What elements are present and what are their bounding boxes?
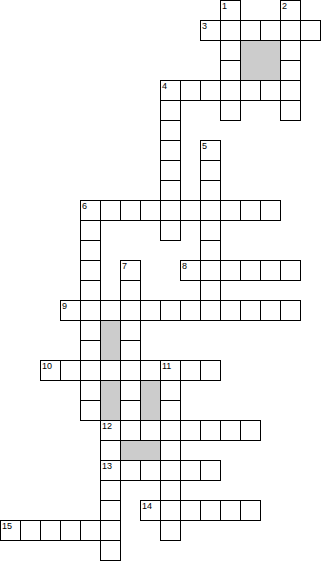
- crossword-cell[interactable]: [280, 300, 301, 321]
- crossword-cell[interactable]: [260, 200, 281, 221]
- crossword-cell[interactable]: [100, 480, 121, 501]
- crossword-cell[interactable]: [120, 360, 141, 381]
- crossword-cell[interactable]: [180, 460, 201, 481]
- crossword-cell[interactable]: [80, 340, 101, 361]
- crossword-cell[interactable]: [180, 200, 201, 221]
- crossword-cell[interactable]: [140, 300, 161, 321]
- blocked-region: [120, 440, 161, 461]
- crossword-cell[interactable]: [260, 80, 281, 101]
- crossword-cell[interactable]: [220, 60, 241, 81]
- crossword-cell[interactable]: [200, 240, 221, 261]
- crossword-cell[interactable]: [200, 140, 221, 161]
- crossword-cell[interactable]: [120, 460, 141, 481]
- crossword-cell[interactable]: [160, 120, 181, 141]
- crossword-cell[interactable]: [140, 360, 161, 381]
- crossword-cell[interactable]: [260, 300, 281, 321]
- crossword-cell[interactable]: [240, 80, 261, 101]
- crossword-cell[interactable]: [80, 300, 101, 321]
- crossword-cell[interactable]: [120, 380, 141, 401]
- crossword-cell[interactable]: [140, 500, 161, 521]
- crossword-cell[interactable]: [200, 420, 221, 441]
- crossword-cell[interactable]: [180, 420, 201, 441]
- crossword-cell[interactable]: [220, 80, 241, 101]
- crossword-cell[interactable]: [120, 200, 141, 221]
- crossword-cell[interactable]: [280, 40, 301, 61]
- crossword-cell[interactable]: [80, 520, 101, 541]
- crossword-cell[interactable]: [200, 200, 221, 221]
- blocked-region: [140, 380, 161, 421]
- crossword-cell[interactable]: [220, 500, 241, 521]
- crossword-cell[interactable]: [220, 420, 241, 441]
- crossword-cell[interactable]: [120, 260, 141, 281]
- crossword-cell[interactable]: [40, 520, 61, 541]
- blocked-region: [100, 380, 121, 421]
- crossword-cell[interactable]: [240, 420, 261, 441]
- crossword-cell[interactable]: [60, 520, 81, 541]
- crossword-cell[interactable]: [160, 500, 181, 521]
- crossword-cell[interactable]: [160, 220, 181, 241]
- crossword-cell[interactable]: [160, 160, 181, 181]
- crossword-cell[interactable]: [200, 220, 221, 241]
- crossword-cell[interactable]: [240, 20, 261, 41]
- crossword-cell[interactable]: [160, 300, 181, 321]
- crossword-cell[interactable]: [140, 460, 161, 481]
- crossword-cell[interactable]: [100, 540, 121, 561]
- crossword-cell[interactable]: [180, 80, 201, 101]
- blocked-region: [240, 40, 281, 81]
- crossword-cell[interactable]: [120, 340, 141, 361]
- crossword-cell[interactable]: [100, 200, 121, 221]
- crossword-cell[interactable]: [200, 160, 221, 181]
- crossword-cell[interactable]: [260, 260, 281, 281]
- crossword-cell[interactable]: [100, 360, 121, 381]
- crossword-cell[interactable]: [80, 240, 101, 261]
- crossword-cell[interactable]: [80, 260, 101, 281]
- crossword-cell[interactable]: [120, 420, 141, 441]
- crossword-cell[interactable]: [280, 100, 301, 121]
- crossword-cell[interactable]: [160, 180, 181, 201]
- crossword-cell[interactable]: [80, 320, 101, 341]
- crossword-cell[interactable]: [60, 360, 81, 381]
- crossword-cell[interactable]: [220, 200, 241, 221]
- crossword-cell[interactable]: [160, 200, 181, 221]
- crossword-cell[interactable]: [180, 360, 201, 381]
- crossword-cell[interactable]: [200, 460, 221, 481]
- crossword-cell[interactable]: [280, 260, 301, 281]
- crossword-cell[interactable]: [160, 140, 181, 161]
- crossword-cell[interactable]: [160, 420, 181, 441]
- crossword-cell[interactable]: [200, 360, 221, 381]
- crossword-cell[interactable]: [200, 280, 221, 301]
- crossword-cell[interactable]: [80, 220, 101, 241]
- crossword-cell[interactable]: [200, 260, 221, 281]
- crossword-cell[interactable]: [80, 380, 101, 401]
- crossword-cell[interactable]: [180, 260, 201, 281]
- crossword-cell[interactable]: [80, 400, 101, 421]
- crossword-cell[interactable]: [240, 200, 261, 221]
- crossword-cell[interactable]: [120, 300, 141, 321]
- crossword-cell[interactable]: [80, 200, 101, 221]
- crossword-cell[interactable]: [220, 0, 241, 21]
- crossword-cell[interactable]: [20, 520, 41, 541]
- crossword-cell[interactable]: [160, 80, 181, 101]
- crossword-cell[interactable]: [240, 500, 261, 521]
- crossword-cell[interactable]: [0, 520, 21, 541]
- crossword-cell[interactable]: [220, 260, 241, 281]
- crossword-cell[interactable]: [140, 420, 161, 441]
- crossword-cell[interactable]: [220, 300, 241, 321]
- crossword-cell[interactable]: [180, 300, 201, 321]
- crossword-cell[interactable]: [280, 60, 301, 81]
- crossword-cell[interactable]: [280, 20, 301, 41]
- crossword-cell[interactable]: [180, 500, 201, 521]
- crossword-cell[interactable]: [300, 20, 321, 41]
- crossword-cell[interactable]: [80, 360, 101, 381]
- crossword-cell[interactable]: [160, 380, 181, 401]
- crossword-cell[interactable]: [100, 440, 121, 461]
- blocked-region: [100, 320, 121, 361]
- crossword-cell[interactable]: [220, 20, 241, 41]
- crossword-cell[interactable]: [260, 20, 281, 41]
- crossword-cell[interactable]: [120, 320, 141, 341]
- crossword-cell[interactable]: [160, 440, 181, 461]
- crossword-cell[interactable]: [100, 500, 121, 521]
- crossword-cell[interactable]: [120, 400, 141, 421]
- crossword-cell[interactable]: [160, 360, 181, 381]
- crossword-cell[interactable]: [100, 520, 121, 541]
- crossword-cell[interactable]: [160, 460, 181, 481]
- crossword-cell[interactable]: [200, 300, 221, 321]
- crossword-cell[interactable]: [220, 40, 241, 61]
- crossword-cell[interactable]: [200, 180, 221, 201]
- crossword-cell[interactable]: [40, 360, 61, 381]
- crossword-cell[interactable]: [160, 520, 181, 541]
- crossword-board: 123456789101112131415: [0, 0, 321, 561]
- crossword-cell[interactable]: [100, 300, 121, 321]
- crossword-cell[interactable]: [60, 300, 81, 321]
- crossword-cell[interactable]: [200, 80, 221, 101]
- crossword-cell[interactable]: [160, 100, 181, 121]
- crossword-cell[interactable]: [280, 80, 301, 101]
- crossword-cell[interactable]: [280, 0, 301, 21]
- crossword-cell[interactable]: [240, 300, 261, 321]
- crossword-cell[interactable]: [160, 400, 181, 421]
- crossword-cell[interactable]: [240, 260, 261, 281]
- crossword-cell[interactable]: [100, 460, 121, 481]
- crossword-cell[interactable]: [100, 420, 121, 441]
- crossword-cell[interactable]: [140, 200, 161, 221]
- crossword-cell[interactable]: [200, 500, 221, 521]
- crossword-cell[interactable]: [80, 280, 101, 301]
- crossword-cell[interactable]: [220, 100, 241, 121]
- crossword-cell[interactable]: [120, 280, 141, 301]
- crossword-cell[interactable]: [160, 480, 181, 501]
- crossword-cell[interactable]: [200, 20, 221, 41]
